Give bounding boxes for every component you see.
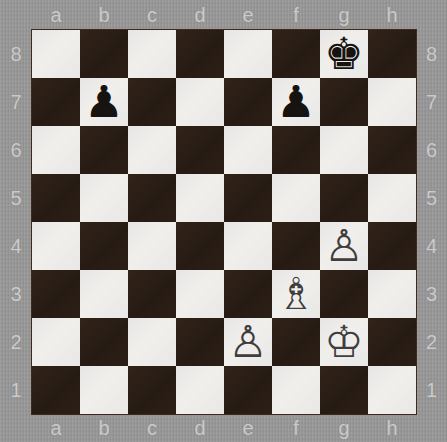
rank-label-right-4: 4 — [416, 222, 447, 270]
square-g5[interactable] — [320, 174, 368, 222]
square-f3[interactable]: ♗ — [272, 270, 320, 318]
square-h3[interactable] — [368, 270, 416, 318]
file-label-bottom-b: b — [80, 414, 128, 442]
rank-label-left-4: 4 — [0, 222, 32, 270]
file-label-top-d: d — [176, 0, 224, 30]
square-h6[interactable] — [368, 126, 416, 174]
square-b1[interactable] — [80, 366, 128, 414]
square-g8[interactable]: ♚ — [320, 30, 368, 78]
rank-label-right-2: 2 — [416, 318, 447, 366]
black-pawn-b7[interactable]: ♟ — [80, 78, 128, 126]
file-labels-bottom: abcdefgh — [32, 414, 416, 442]
square-a3[interactable] — [32, 270, 80, 318]
square-a6[interactable] — [32, 126, 80, 174]
square-e2[interactable]: ♙ — [224, 318, 272, 366]
square-c5[interactable] — [128, 174, 176, 222]
square-g1[interactable] — [320, 366, 368, 414]
square-g6[interactable] — [320, 126, 368, 174]
square-g3[interactable] — [320, 270, 368, 318]
square-c2[interactable] — [128, 318, 176, 366]
square-d2[interactable] — [176, 318, 224, 366]
black-pawn-f7[interactable]: ♟ — [272, 78, 320, 126]
square-a7[interactable] — [32, 78, 80, 126]
rank-label-right-6: 6 — [416, 126, 447, 174]
square-d4[interactable] — [176, 222, 224, 270]
square-h8[interactable] — [368, 30, 416, 78]
chess-diagram-frame: abcdefgh 87654321 ♚♟♟♙♗♙♔ 87654321 abcde… — [0, 0, 447, 442]
square-f8[interactable] — [272, 30, 320, 78]
square-b6[interactable] — [80, 126, 128, 174]
square-h7[interactable] — [368, 78, 416, 126]
square-b8[interactable] — [80, 30, 128, 78]
rank-label-right-1: 1 — [416, 366, 447, 414]
square-d1[interactable] — [176, 366, 224, 414]
rank-label-right-5: 5 — [416, 174, 447, 222]
square-e8[interactable] — [224, 30, 272, 78]
square-a2[interactable] — [32, 318, 80, 366]
square-a1[interactable] — [32, 366, 80, 414]
square-h2[interactable] — [368, 318, 416, 366]
square-e4[interactable] — [224, 222, 272, 270]
square-d3[interactable] — [176, 270, 224, 318]
square-c7[interactable] — [128, 78, 176, 126]
rank-label-left-6: 6 — [0, 126, 32, 174]
square-b5[interactable] — [80, 174, 128, 222]
square-c3[interactable] — [128, 270, 176, 318]
file-label-bottom-g: g — [320, 414, 368, 442]
rank-label-left-5: 5 — [0, 174, 32, 222]
rank-label-left-3: 3 — [0, 270, 32, 318]
square-f1[interactable] — [272, 366, 320, 414]
rank-label-left-8: 8 — [0, 30, 32, 78]
rank-labels-right: 87654321 — [416, 30, 447, 414]
square-g4[interactable]: ♙ — [320, 222, 368, 270]
rank-label-left-2: 2 — [0, 318, 32, 366]
square-a5[interactable] — [32, 174, 80, 222]
white-pawn-g4[interactable]: ♙ — [320, 222, 368, 270]
square-e3[interactable] — [224, 270, 272, 318]
rank-label-left-7: 7 — [0, 78, 32, 126]
file-label-top-a: a — [32, 0, 80, 30]
file-label-bottom-d: d — [176, 414, 224, 442]
square-f5[interactable] — [272, 174, 320, 222]
file-label-top-b: b — [80, 0, 128, 30]
square-g7[interactable] — [320, 78, 368, 126]
rank-label-right-3: 3 — [416, 270, 447, 318]
file-label-top-c: c — [128, 0, 176, 30]
file-label-bottom-h: h — [368, 414, 416, 442]
square-h5[interactable] — [368, 174, 416, 222]
file-label-top-f: f — [272, 0, 320, 30]
rank-label-right-7: 7 — [416, 78, 447, 126]
square-e6[interactable] — [224, 126, 272, 174]
square-a8[interactable] — [32, 30, 80, 78]
white-pawn-e2[interactable]: ♙ — [224, 318, 272, 366]
file-label-top-e: e — [224, 0, 272, 30]
square-a4[interactable] — [32, 222, 80, 270]
square-g2[interactable]: ♔ — [320, 318, 368, 366]
square-e7[interactable] — [224, 78, 272, 126]
square-e1[interactable] — [224, 366, 272, 414]
square-c1[interactable] — [128, 366, 176, 414]
square-b3[interactable] — [80, 270, 128, 318]
file-label-bottom-f: f — [272, 414, 320, 442]
square-f2[interactable] — [272, 318, 320, 366]
square-b7[interactable]: ♟ — [80, 78, 128, 126]
file-label-bottom-c: c — [128, 414, 176, 442]
square-c8[interactable] — [128, 30, 176, 78]
square-c4[interactable] — [128, 222, 176, 270]
white-king-g2[interactable]: ♔ — [320, 318, 368, 366]
square-h1[interactable] — [368, 366, 416, 414]
chess-board: ♚♟♟♙♗♙♔ — [32, 30, 416, 414]
square-f6[interactable] — [272, 126, 320, 174]
square-d7[interactable] — [176, 78, 224, 126]
rank-label-right-8: 8 — [416, 30, 447, 78]
square-c6[interactable] — [128, 126, 176, 174]
file-label-top-g: g — [320, 0, 368, 30]
file-labels-top: abcdefgh — [32, 0, 416, 30]
white-bishop-f3[interactable]: ♗ — [272, 270, 320, 318]
file-label-top-h: h — [368, 0, 416, 30]
square-d8[interactable] — [176, 30, 224, 78]
square-b4[interactable] — [80, 222, 128, 270]
black-king-g8[interactable]: ♚ — [320, 30, 368, 78]
rank-labels-left: 87654321 — [0, 30, 32, 414]
square-f7[interactable]: ♟ — [272, 78, 320, 126]
square-e5[interactable] — [224, 174, 272, 222]
square-d5[interactable] — [176, 174, 224, 222]
square-b2[interactable] — [80, 318, 128, 366]
square-d6[interactable] — [176, 126, 224, 174]
file-label-bottom-e: e — [224, 414, 272, 442]
square-h4[interactable] — [368, 222, 416, 270]
file-label-bottom-a: a — [32, 414, 80, 442]
rank-label-left-1: 1 — [0, 366, 32, 414]
square-f4[interactable] — [272, 222, 320, 270]
